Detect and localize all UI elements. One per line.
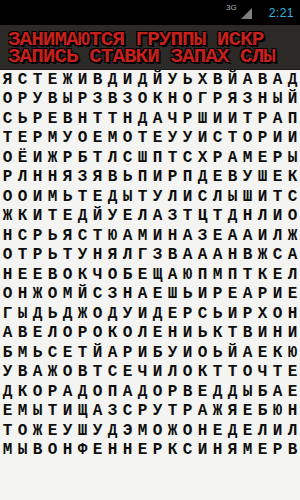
letter-cell[interactable]: Т <box>90 148 105 168</box>
letter-cell[interactable]: И <box>285 129 300 149</box>
letter-cell[interactable]: Е <box>285 382 300 402</box>
letter-cell[interactable]: К <box>15 382 30 402</box>
letter-cell[interactable]: В <box>240 324 255 344</box>
letter-cell[interactable]: В <box>180 382 195 402</box>
letter-cell[interactable]: Р <box>165 382 180 402</box>
letter-cell[interactable]: О <box>120 324 135 344</box>
letter-cell[interactable]: Т <box>270 363 285 383</box>
letter-cell[interactable]: О <box>240 129 255 149</box>
letter-cell[interactable]: Е <box>135 265 150 285</box>
letter-cell[interactable]: О <box>90 304 105 324</box>
letter-cell[interactable]: Р <box>180 109 195 129</box>
letter-cell[interactable]: В <box>165 246 180 266</box>
letter-cell[interactable]: Д <box>135 70 150 90</box>
letter-cell[interactable]: Р <box>120 343 135 363</box>
letter-cell[interactable]: Ю <box>180 265 195 285</box>
letter-cell[interactable]: Д <box>135 109 150 129</box>
letter-cell[interactable]: О <box>75 129 90 149</box>
letter-cell[interactable]: Ы <box>15 441 30 461</box>
letter-cell[interactable]: Ш <box>255 168 270 188</box>
letter-cell[interactable]: Р <box>240 304 255 324</box>
letter-cell[interactable]: О <box>15 421 30 441</box>
letter-cell[interactable]: Д <box>135 382 150 402</box>
letter-cell[interactable]: Т <box>90 226 105 246</box>
letter-cell[interactable]: Т <box>225 129 240 149</box>
letter-cell[interactable]: В <box>45 90 60 110</box>
letter-cell[interactable]: А <box>210 246 225 266</box>
letter-cell[interactable]: В <box>90 70 105 90</box>
letter-cell[interactable]: Л <box>45 324 60 344</box>
letter-cell[interactable]: И <box>195 129 210 149</box>
letter-cell[interactable]: А <box>270 382 285 402</box>
letter-cell[interactable]: Е <box>120 207 135 227</box>
letter-cell[interactable]: А <box>150 109 165 129</box>
letter-cell[interactable]: Н <box>0 226 15 246</box>
letter-cell[interactable]: Е <box>90 129 105 149</box>
letter-cell[interactable]: О <box>90 382 105 402</box>
letter-cell[interactable]: В <box>15 363 30 383</box>
letter-cell[interactable]: Ш <box>165 285 180 305</box>
letter-cell[interactable]: У <box>120 304 135 324</box>
letter-cell[interactable]: Л <box>135 324 150 344</box>
letter-cell[interactable]: Т <box>90 363 105 383</box>
letter-cell[interactable]: С <box>270 246 285 266</box>
letter-cell[interactable]: Н <box>225 246 240 266</box>
letter-cell[interactable]: Р <box>0 168 15 188</box>
letter-cell[interactable]: Д <box>105 304 120 324</box>
letter-cell[interactable]: З <box>120 90 135 110</box>
letter-cell[interactable]: Р <box>180 304 195 324</box>
letter-cell[interactable]: З <box>240 90 255 110</box>
letter-cell[interactable]: Н <box>60 441 75 461</box>
letter-cell[interactable]: В <box>75 363 90 383</box>
letter-cell[interactable]: М <box>210 265 225 285</box>
letter-cell[interactable]: А <box>240 285 255 305</box>
word-grid[interactable]: ЯСТЕЖИВДИДЙУЬХВЙАВАДОРУВЫРЗВЗОКНОГРЯЗНЫЙ… <box>0 70 300 460</box>
letter-cell[interactable]: Д <box>105 187 120 207</box>
letter-cell[interactable]: О <box>120 129 135 149</box>
letter-cell[interactable]: Е <box>15 129 30 149</box>
letter-cell[interactable]: О <box>135 90 150 110</box>
letter-cell[interactable]: П <box>105 382 120 402</box>
letter-cell[interactable]: Р <box>210 148 225 168</box>
letter-cell[interactable]: Я <box>0 70 15 90</box>
letter-cell[interactable]: И <box>270 207 285 227</box>
letter-cell[interactable]: Л <box>120 246 135 266</box>
letter-cell[interactable]: Ж <box>75 304 90 324</box>
letter-cell[interactable]: И <box>30 207 45 227</box>
letter-cell[interactable]: Е <box>210 168 225 188</box>
letter-cell[interactable]: М <box>105 129 120 149</box>
letter-cell[interactable]: Т <box>165 402 180 422</box>
letter-cell[interactable]: А <box>105 343 120 363</box>
letter-cell[interactable]: Г <box>0 304 15 324</box>
letter-cell[interactable]: Т <box>135 187 150 207</box>
letter-cell[interactable]: Е <box>45 109 60 129</box>
letter-cell[interactable]: Ы <box>285 148 300 168</box>
letter-cell[interactable]: Д <box>105 70 120 90</box>
letter-cell[interactable]: Р <box>210 90 225 110</box>
letter-cell[interactable]: В <box>240 246 255 266</box>
letter-cell[interactable]: Е <box>90 441 105 461</box>
letter-cell[interactable]: У <box>165 129 180 149</box>
letter-cell[interactable]: Ц <box>195 207 210 227</box>
letter-cell[interactable]: С <box>195 304 210 324</box>
letter-cell[interactable]: Ь <box>210 304 225 324</box>
letter-cell[interactable]: Л <box>255 207 270 227</box>
letter-cell[interactable]: Б <box>0 343 15 363</box>
letter-cell[interactable]: О <box>150 421 165 441</box>
letter-cell[interactable]: З <box>165 207 180 227</box>
letter-cell[interactable]: У <box>75 246 90 266</box>
letter-cell[interactable]: Й <box>90 343 105 363</box>
letter-cell[interactable]: И <box>270 129 285 149</box>
letter-cell[interactable]: Ь <box>45 304 60 324</box>
letter-cell[interactable]: О <box>60 363 75 383</box>
letter-cell[interactable]: Е <box>60 207 75 227</box>
letter-cell[interactable]: Е <box>285 363 300 383</box>
letter-cell[interactable]: Р <box>255 109 270 129</box>
letter-cell[interactable]: Н <box>120 441 135 461</box>
letter-cell[interactable]: И <box>255 324 270 344</box>
letter-cell[interactable]: Г <box>195 90 210 110</box>
letter-cell[interactable]: О <box>90 324 105 344</box>
letter-cell[interactable]: О <box>60 324 75 344</box>
letter-cell[interactable]: Д <box>150 304 165 324</box>
letter-cell[interactable]: С <box>75 226 90 246</box>
letter-cell[interactable]: У <box>240 168 255 188</box>
letter-cell[interactable]: Е <box>15 265 30 285</box>
letter-cell[interactable]: И <box>135 343 150 363</box>
letter-cell[interactable]: Е <box>90 187 105 207</box>
letter-cell[interactable]: Я <box>225 90 240 110</box>
letter-cell[interactable]: У <box>60 421 75 441</box>
letter-cell[interactable]: Т <box>240 109 255 129</box>
letter-cell[interactable]: И <box>150 363 165 383</box>
letter-cell[interactable]: Н <box>285 304 300 324</box>
letter-cell[interactable]: А <box>180 226 195 246</box>
letter-cell[interactable]: Н <box>285 402 300 422</box>
letter-cell[interactable]: С <box>180 148 195 168</box>
letter-cell[interactable]: А <box>30 363 45 383</box>
letter-cell[interactable]: З <box>90 90 105 110</box>
letter-cell[interactable]: Е <box>165 304 180 324</box>
letter-cell[interactable]: М <box>135 421 150 441</box>
letter-cell[interactable]: Е <box>255 441 270 461</box>
letter-cell[interactable]: Т <box>225 363 240 383</box>
letter-cell[interactable]: О <box>45 441 60 461</box>
letter-cell[interactable]: Е <box>150 324 165 344</box>
letter-cell[interactable]: М <box>45 187 60 207</box>
letter-cell[interactable]: А <box>135 285 150 305</box>
letter-cell[interactable]: Ч <box>255 363 270 383</box>
letter-cell[interactable]: В <box>225 168 240 188</box>
letter-cell[interactable]: С <box>180 441 195 461</box>
letter-cell[interactable]: Ы <box>240 382 255 402</box>
letter-cell[interactable]: У <box>30 90 45 110</box>
letter-cell[interactable]: Т <box>45 402 60 422</box>
letter-cell[interactable]: А <box>120 226 135 246</box>
letter-cell[interactable]: Я <box>105 246 120 266</box>
letter-cell[interactable]: О <box>285 207 300 227</box>
letter-cell[interactable]: З <box>105 285 120 305</box>
letter-cell[interactable]: А <box>225 226 240 246</box>
letter-cell[interactable]: К <box>165 441 180 461</box>
letter-cell[interactable]: Ь <box>45 226 60 246</box>
letter-cell[interactable]: Р <box>255 285 270 305</box>
letter-cell[interactable]: Н <box>270 324 285 344</box>
letter-cell[interactable]: К <box>75 265 90 285</box>
letter-cell[interactable]: Н <box>165 226 180 246</box>
letter-cell[interactable]: Д <box>75 207 90 227</box>
letter-cell[interactable]: С <box>0 109 15 129</box>
letter-cell[interactable]: Н <box>30 168 45 188</box>
letter-cell[interactable]: Т <box>90 109 105 129</box>
letter-cell[interactable]: П <box>135 168 150 188</box>
letter-cell[interactable]: Р <box>210 285 225 305</box>
letter-cell[interactable]: И <box>150 168 165 188</box>
letter-cell[interactable]: Е <box>270 265 285 285</box>
letter-cell[interactable]: Е <box>30 324 45 344</box>
letter-cell[interactable]: О <box>105 265 120 285</box>
letter-cell[interactable]: Й <box>225 70 240 90</box>
letter-cell[interactable]: Ж <box>45 148 60 168</box>
letter-cell[interactable]: Ж <box>0 207 15 227</box>
letter-cell[interactable]: Р <box>270 148 285 168</box>
letter-cell[interactable]: З <box>105 402 120 422</box>
letter-cell[interactable]: Ь <box>120 168 135 188</box>
letter-cell[interactable]: Ь <box>180 70 195 90</box>
letter-cell[interactable]: Р <box>15 90 30 110</box>
letter-cell[interactable]: Д <box>60 304 75 324</box>
letter-cell[interactable]: Е <box>60 343 75 363</box>
letter-cell[interactable]: Е <box>150 129 165 149</box>
letter-cell[interactable]: А <box>150 207 165 227</box>
letter-cell[interactable]: Е <box>270 168 285 188</box>
letter-cell[interactable]: Р <box>30 109 45 129</box>
letter-cell[interactable]: Е <box>120 363 135 383</box>
letter-cell[interactable]: И <box>75 70 90 90</box>
letter-cell[interactable]: О <box>0 187 15 207</box>
letter-cell[interactable]: О <box>0 148 15 168</box>
letter-cell[interactable]: О <box>60 265 75 285</box>
letter-cell[interactable]: Т <box>240 265 255 285</box>
letter-cell[interactable]: И <box>270 285 285 305</box>
letter-cell[interactable]: Я <box>90 168 105 188</box>
letter-cell[interactable]: П <box>195 265 210 285</box>
letter-cell[interactable]: У <box>60 129 75 149</box>
letter-cell[interactable]: С <box>210 129 225 149</box>
letter-cell[interactable]: С <box>15 70 30 90</box>
letter-cell[interactable]: Н <box>120 285 135 305</box>
letter-cell[interactable]: Ш <box>135 148 150 168</box>
letter-cell[interactable]: Ж <box>255 246 270 266</box>
letter-cell[interactable]: Н <box>45 168 60 188</box>
letter-cell[interactable]: Ё <box>15 148 30 168</box>
letter-cell[interactable]: И <box>225 304 240 324</box>
letter-cell[interactable]: Н <box>255 90 270 110</box>
letter-cell[interactable]: Ф <box>75 441 90 461</box>
letter-cell[interactable]: И <box>180 187 195 207</box>
letter-cell[interactable]: И <box>180 324 195 344</box>
letter-cell[interactable]: А <box>180 246 195 266</box>
letter-cell[interactable]: О <box>270 304 285 324</box>
letter-cell[interactable]: У <box>150 402 165 422</box>
letter-cell[interactable]: Е <box>30 265 45 285</box>
letter-cell[interactable]: К <box>210 324 225 344</box>
letter-cell[interactable]: Н <box>195 421 210 441</box>
letter-cell[interactable]: К <box>285 168 300 188</box>
letter-cell[interactable]: Х <box>195 70 210 90</box>
letter-cell[interactable]: Д <box>30 304 45 324</box>
letter-cell[interactable]: П <box>180 168 195 188</box>
letter-cell[interactable]: И <box>210 109 225 129</box>
letter-cell[interactable]: Р <box>255 129 270 149</box>
letter-cell[interactable]: Р <box>30 246 45 266</box>
letter-cell[interactable]: П <box>285 109 300 129</box>
letter-cell[interactable]: Ы <box>30 402 45 422</box>
letter-cell[interactable]: А <box>285 246 300 266</box>
letter-cell[interactable]: Д <box>285 70 300 90</box>
letter-cell[interactable]: Д <box>195 168 210 188</box>
letter-cell[interactable]: В <box>105 90 120 110</box>
letter-cell[interactable]: Л <box>285 421 300 441</box>
letter-cell[interactable]: Й <box>225 343 240 363</box>
letter-cell[interactable]: Л <box>165 187 180 207</box>
letter-cell[interactable]: Л <box>165 363 180 383</box>
letter-cell[interactable]: А <box>225 148 240 168</box>
letter-cell[interactable]: А <box>60 382 75 402</box>
letter-cell[interactable]: Ь <box>45 246 60 266</box>
letter-cell[interactable]: И <box>225 109 240 129</box>
letter-cell[interactable]: П <box>225 265 240 285</box>
letter-cell[interactable]: Ж <box>285 226 300 246</box>
letter-cell[interactable]: Е <box>45 70 60 90</box>
letter-cell[interactable]: Т <box>210 207 225 227</box>
letter-cell[interactable]: Р <box>150 441 165 461</box>
letter-cell[interactable]: Н <box>90 246 105 266</box>
letter-cell[interactable]: Е <box>45 421 60 441</box>
letter-cell[interactable]: И <box>285 324 300 344</box>
letter-cell[interactable]: Д <box>225 382 240 402</box>
letter-cell[interactable]: Ь <box>60 187 75 207</box>
letter-cell[interactable]: Д <box>210 382 225 402</box>
letter-cell[interactable]: О <box>150 382 165 402</box>
letter-cell[interactable]: Ю <box>285 343 300 363</box>
letter-cell[interactable]: Н <box>165 324 180 344</box>
letter-cell[interactable]: И <box>270 421 285 441</box>
letter-cell[interactable]: А <box>270 70 285 90</box>
letter-cell[interactable]: А <box>120 382 135 402</box>
letter-cell[interactable]: Т <box>270 187 285 207</box>
letter-cell[interactable]: Й <box>75 285 90 305</box>
letter-cell[interactable]: Т <box>30 70 45 90</box>
letter-cell[interactable]: О <box>30 382 45 402</box>
letter-cell[interactable]: Д <box>225 421 240 441</box>
letter-cell[interactable]: У <box>180 129 195 149</box>
letter-cell[interactable]: В <box>30 441 45 461</box>
letter-cell[interactable]: Ь <box>15 109 30 129</box>
letter-cell[interactable]: О <box>0 285 15 305</box>
letter-cell[interactable]: Р <box>30 129 45 149</box>
letter-cell[interactable]: У <box>105 207 120 227</box>
letter-cell[interactable]: С <box>120 148 135 168</box>
letter-cell[interactable]: Д <box>0 382 15 402</box>
letter-cell[interactable]: И <box>120 70 135 90</box>
letter-cell[interactable]: У <box>150 187 165 207</box>
letter-cell[interactable]: Ж <box>45 363 60 383</box>
letter-cell[interactable]: Р <box>75 90 90 110</box>
letter-cell[interactable]: Л <box>285 265 300 285</box>
letter-cell[interactable]: Р <box>180 402 195 422</box>
letter-cell[interactable]: И <box>255 226 270 246</box>
letter-cell[interactable]: Р <box>165 168 180 188</box>
letter-cell[interactable]: Е <box>285 285 300 305</box>
letter-cell[interactable]: М <box>15 343 30 363</box>
letter-cell[interactable]: Щ <box>150 265 165 285</box>
letter-cell[interactable]: Ж <box>60 70 75 90</box>
letter-cell[interactable]: Е <box>135 441 150 461</box>
letter-cell[interactable]: М <box>15 402 30 422</box>
letter-cell[interactable]: Е <box>150 285 165 305</box>
letter-cell[interactable]: М <box>240 441 255 461</box>
letter-cell[interactable]: Т <box>75 187 90 207</box>
letter-cell[interactable]: М <box>240 148 255 168</box>
letter-cell[interactable]: Н <box>75 109 90 129</box>
letter-cell[interactable]: И <box>150 226 165 246</box>
letter-cell[interactable]: Ю <box>105 226 120 246</box>
letter-cell[interactable]: Е <box>255 343 270 363</box>
letter-cell[interactable]: Б <box>120 265 135 285</box>
letter-cell[interactable]: З <box>195 226 210 246</box>
letter-cell[interactable]: Н <box>15 285 30 305</box>
letter-cell[interactable]: С <box>90 285 105 305</box>
letter-cell[interactable]: Н <box>165 90 180 110</box>
letter-cell[interactable]: И <box>255 187 270 207</box>
letter-cell[interactable]: И <box>135 304 150 324</box>
letter-cell[interactable]: В <box>105 168 120 188</box>
letter-cell[interactable]: С <box>45 343 60 363</box>
letter-cell[interactable]: К <box>15 207 30 227</box>
letter-cell[interactable]: Б <box>150 343 165 363</box>
letter-cell[interactable]: Д <box>75 382 90 402</box>
letter-cell[interactable]: Ч <box>90 265 105 285</box>
letter-cell[interactable]: Т <box>75 343 90 363</box>
letter-cell[interactable]: Р <box>45 382 60 402</box>
letter-cell[interactable]: Щ <box>75 402 90 422</box>
letter-cell[interactable]: О <box>180 90 195 110</box>
letter-cell[interactable]: С <box>195 187 210 207</box>
letter-cell[interactable]: А <box>240 343 255 363</box>
letter-cell[interactable]: А <box>165 265 180 285</box>
letter-cell[interactable]: Ш <box>75 421 90 441</box>
letter-cell[interactable]: Я <box>60 168 75 188</box>
letter-cell[interactable]: Е <box>195 382 210 402</box>
letter-cell[interactable]: Ь <box>210 343 225 363</box>
letter-cell[interactable]: Т <box>105 109 120 129</box>
letter-cell[interactable]: Л <box>270 226 285 246</box>
letter-cell[interactable]: И <box>30 187 45 207</box>
letter-cell[interactable]: Н <box>105 441 120 461</box>
letter-cell[interactable]: А <box>0 324 15 344</box>
letter-cell[interactable]: В <box>60 109 75 129</box>
letter-cell[interactable]: С <box>120 402 135 422</box>
letter-cell[interactable]: К <box>255 265 270 285</box>
letter-cell[interactable]: Е <box>210 226 225 246</box>
letter-cell[interactable]: Х <box>255 304 270 324</box>
letter-cell[interactable]: И <box>30 148 45 168</box>
letter-cell[interactable]: Е <box>240 402 255 422</box>
